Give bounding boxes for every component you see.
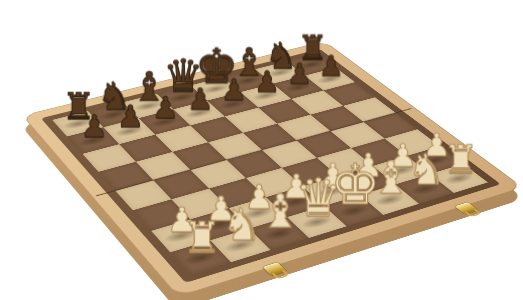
chess-set-photo: ♜♞♝♛♚♝♞♜♟♟♟♟♟♟♟♟♟♟♟♟♟♟♟♟♜♞♝♛♚♝♞♜	[0, 0, 523, 300]
chess-board: ♜♞♝♛♚♝♞♜♟♟♟♟♟♟♟♟♟♟♟♟♟♟♟♟♜♞♝♛♚♝♞♜	[22, 41, 523, 297]
rook-glyph: ♜	[168, 216, 236, 259]
